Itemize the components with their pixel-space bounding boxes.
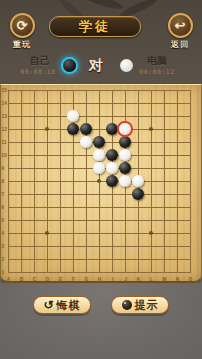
row-coordinate-label: 7	[2, 192, 7, 197]
row-coordinate-label: 8	[2, 179, 7, 184]
column-coordinate-label: L	[149, 277, 155, 282]
gomoku-app: ⟳ 重玩 学徒 ↩ 返回 自己 00:00:18 对 电脑 00:00:12 1…	[0, 0, 202, 359]
column-coordinate-label: M	[162, 277, 168, 282]
row-coordinate-label: 4	[2, 231, 7, 236]
star-point	[97, 179, 101, 183]
star-point	[45, 127, 49, 131]
self-stone-indicator	[63, 59, 76, 72]
column-coordinate-label: G	[84, 277, 90, 282]
player-computer-timer: 00:00:12	[132, 68, 182, 76]
stone-black-J9	[119, 162, 131, 174]
stone-white-J8	[119, 175, 131, 187]
stone-black-H11	[93, 136, 105, 148]
level-banner: 学徒	[49, 16, 141, 37]
grid-line	[164, 90, 165, 273]
stone-black-I12	[106, 123, 118, 135]
row-coordinate-label: 10	[2, 153, 7, 158]
level-label: 学徒	[79, 18, 111, 36]
grid-line	[190, 90, 191, 273]
grid-line	[8, 259, 191, 260]
row-coordinate-label: 1	[2, 270, 7, 275]
row-coordinate-label: 14	[2, 101, 7, 106]
stone-white-K8	[132, 175, 144, 187]
row-coordinate-label: 9	[2, 166, 7, 171]
column-coordinate-label: C	[32, 277, 38, 282]
hint-button[interactable]: 提示	[111, 296, 169, 314]
replay-icon-ring: ⟳	[10, 13, 35, 38]
row-coordinate-label: 11	[2, 140, 7, 145]
stone-black-I10	[106, 149, 118, 161]
undo-icon: ↺	[43, 299, 53, 311]
stone-black-K7	[132, 188, 144, 200]
column-coordinate-label: E	[58, 277, 64, 282]
replay-button[interactable]: ⟳ 重玩	[3, 13, 41, 50]
row-coordinate-label: 13	[2, 114, 7, 119]
column-coordinate-label: F	[71, 277, 77, 282]
replay-label: 重玩	[3, 39, 41, 50]
undo-label: 悔棋	[57, 298, 81, 313]
stone-white-F13	[67, 110, 79, 122]
column-coordinate-label: H	[97, 277, 103, 282]
bamboo-decoration	[78, 0, 125, 12]
stone-black-I8	[106, 175, 118, 187]
back-label: 返回	[161, 39, 199, 50]
column-coordinate-label: N	[175, 277, 181, 282]
row-coordinate-label: 2	[2, 257, 7, 262]
stone-black-J11	[119, 136, 131, 148]
column-coordinate-label: O	[188, 277, 194, 282]
column-coordinate-label: J	[123, 277, 129, 282]
grid-line	[177, 90, 178, 273]
stone-black-F12	[67, 123, 79, 135]
column-coordinate-label: I	[110, 277, 116, 282]
stone-white-J12-last-move	[119, 123, 131, 135]
gomoku-board[interactable]: 15A14B13C12D11E10F9G8H7I6J5K4L3M2N1O	[0, 84, 202, 283]
undo-button[interactable]: ↺ 悔棋	[33, 296, 91, 314]
column-coordinate-label: D	[45, 277, 51, 282]
back-icon: ↩	[175, 19, 186, 32]
row-coordinate-label: 5	[2, 218, 7, 223]
star-point	[149, 231, 153, 235]
stone-white-H10	[93, 149, 105, 161]
hint-icon	[122, 300, 132, 310]
star-point	[45, 231, 49, 235]
stone-white-H9	[93, 162, 105, 174]
player-self-name: 自己	[18, 54, 62, 68]
row-coordinate-label: 12	[2, 127, 7, 132]
player-computer-name: 电脑	[135, 54, 179, 68]
back-icon-ring: ↩	[168, 13, 193, 38]
stone-white-J10	[119, 149, 131, 161]
header: ⟳ 重玩 学徒 ↩ 返回 自己 00:00:18 对 电脑 00:00:12	[0, 0, 202, 84]
replay-icon: ⟳	[17, 19, 28, 32]
grid-line	[8, 272, 191, 273]
row-coordinate-label: 6	[2, 205, 7, 210]
row-coordinate-label: 15	[2, 88, 7, 93]
vs-label: 对	[86, 57, 106, 75]
stone-white-I9	[106, 162, 118, 174]
hint-label: 提示	[135, 298, 159, 313]
back-button[interactable]: ↩ 返回	[161, 13, 199, 50]
stone-black-G12	[80, 123, 92, 135]
row-coordinate-label: 3	[2, 244, 7, 249]
column-coordinate-label: A	[6, 277, 12, 282]
footer: ↺ 悔棋 提示	[0, 283, 202, 359]
column-coordinate-label: K	[136, 277, 142, 282]
star-point	[149, 127, 153, 131]
stone-white-G11	[80, 136, 92, 148]
player-self-timer: 00:00:18	[13, 68, 63, 76]
column-coordinate-label: B	[19, 277, 25, 282]
